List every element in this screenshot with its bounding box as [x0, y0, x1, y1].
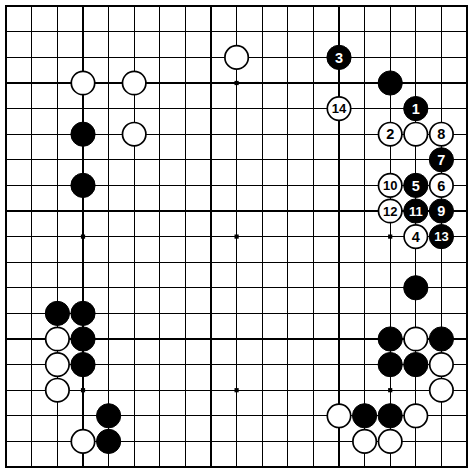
black-stone — [97, 429, 121, 453]
move-number-label: 1 — [412, 101, 420, 117]
star-point — [235, 235, 239, 239]
white-stone — [430, 379, 453, 402]
white-stone — [46, 327, 69, 350]
black-stone — [97, 404, 121, 428]
white-stone — [123, 123, 146, 146]
white-stone — [404, 327, 427, 350]
move-number-label: 4 — [412, 229, 420, 245]
white-stone — [71, 430, 94, 453]
move-number-label: 13 — [434, 229, 448, 244]
black-stone — [71, 122, 95, 146]
black-stone — [378, 71, 402, 95]
white-stone — [123, 71, 146, 94]
black-stone — [71, 353, 95, 377]
black-stone — [378, 327, 402, 351]
black-stone — [71, 173, 95, 197]
star-point — [388, 388, 392, 392]
black-stone — [404, 276, 428, 300]
go-diagram-page: 1234567891011121314 — [0, 0, 474, 474]
move-number-label: 8 — [437, 126, 445, 142]
white-stone — [404, 123, 427, 146]
white-stone — [71, 71, 94, 94]
star-point — [81, 235, 85, 239]
move-number-label: 3 — [335, 50, 343, 66]
black-stone — [71, 301, 95, 325]
star-point — [81, 388, 85, 392]
black-stone — [45, 301, 69, 325]
move-number-label: 2 — [386, 126, 394, 142]
star-point — [388, 235, 392, 239]
white-stone — [404, 404, 427, 427]
move-number-label: 14 — [332, 101, 347, 116]
move-number-label: 9 — [437, 203, 445, 219]
move-number-label: 6 — [437, 178, 445, 194]
go-board: 1234567891011121314 — [0, 0, 474, 474]
move-number-label: 7 — [437, 152, 445, 168]
white-stone — [327, 404, 350, 427]
move-number-label: 12 — [383, 204, 397, 219]
black-stone — [378, 353, 402, 377]
black-stone — [71, 327, 95, 351]
black-stone — [353, 404, 377, 428]
white-stone — [46, 353, 69, 376]
star-point — [235, 81, 239, 85]
black-stone — [378, 404, 402, 428]
black-stone — [404, 353, 428, 377]
white-stone — [379, 430, 402, 453]
move-number-label: 10 — [383, 178, 397, 193]
move-number-label: 5 — [412, 178, 420, 194]
white-stone — [46, 379, 69, 402]
white-stone — [225, 46, 248, 69]
white-stone — [430, 353, 453, 376]
black-stone — [429, 327, 453, 351]
white-stone — [353, 430, 376, 453]
star-point — [235, 388, 239, 392]
move-number-label: 11 — [409, 204, 423, 219]
